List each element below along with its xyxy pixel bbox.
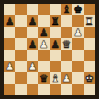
square-b8[interactable] xyxy=(15,4,26,15)
square-a8[interactable] xyxy=(4,4,15,15)
square-b4[interactable] xyxy=(15,50,26,61)
square-g6[interactable]: ♟ xyxy=(72,27,83,38)
square-h1[interactable] xyxy=(84,84,95,95)
square-c6[interactable] xyxy=(27,27,38,38)
piece-white-rook-h7[interactable]: ♜ xyxy=(85,15,94,25)
square-h4[interactable] xyxy=(84,50,95,61)
square-h2[interactable]: ♚ xyxy=(84,72,95,83)
square-b7[interactable] xyxy=(15,15,26,26)
piece-white-pawn-f2[interactable]: ♟ xyxy=(62,72,71,82)
square-a3[interactable]: ♟ xyxy=(4,61,15,72)
square-g1[interactable] xyxy=(72,84,83,95)
square-b5[interactable] xyxy=(15,38,26,49)
square-c5[interactable]: ♟ xyxy=(27,38,38,49)
square-e1[interactable] xyxy=(50,84,61,95)
square-e2[interactable]: ♝ xyxy=(50,72,61,83)
piece-black-queen-d2[interactable]: ♛ xyxy=(39,72,48,82)
square-g2[interactable] xyxy=(72,72,83,83)
piece-white-king-h2[interactable]: ♚ xyxy=(85,72,94,82)
piece-black-rook-e7[interactable]: ♜ xyxy=(50,15,59,25)
square-d2[interactable]: ♛ xyxy=(38,72,49,83)
piece-white-bishop-e2[interactable]: ♝ xyxy=(50,72,59,82)
square-f6[interactable] xyxy=(61,27,72,38)
square-c4[interactable] xyxy=(27,50,38,61)
square-h6[interactable] xyxy=(84,27,95,38)
square-b3[interactable] xyxy=(15,61,26,72)
square-c8[interactable] xyxy=(27,4,38,15)
square-h8[interactable] xyxy=(84,4,95,15)
square-c7[interactable]: ♟ xyxy=(27,15,38,26)
square-h3[interactable] xyxy=(84,61,95,72)
chess-board-frame: ♝♚♟♟♜♜♟♟♟♟♟♛♟♟♛♝♟♚ xyxy=(0,0,99,99)
piece-black-king-g8[interactable]: ♚ xyxy=(73,4,82,14)
square-a4[interactable] xyxy=(4,50,15,61)
piece-black-bishop-f8[interactable]: ♝ xyxy=(62,4,71,14)
piece-white-pawn-g6[interactable]: ♟ xyxy=(73,27,82,37)
chess-board: ♝♚♟♟♜♜♟♟♟♟♟♛♟♟♛♝♟♚ xyxy=(4,4,95,95)
square-e6[interactable] xyxy=(50,27,61,38)
square-d4[interactable] xyxy=(38,50,49,61)
square-d8[interactable] xyxy=(38,4,49,15)
square-h7[interactable]: ♜ xyxy=(84,15,95,26)
square-a6[interactable] xyxy=(4,27,15,38)
piece-white-pawn-a3[interactable]: ♟ xyxy=(5,61,14,71)
square-f1[interactable] xyxy=(61,84,72,95)
square-e7[interactable]: ♜ xyxy=(50,15,61,26)
square-a5[interactable] xyxy=(4,38,15,49)
square-a7[interactable]: ♟ xyxy=(4,15,15,26)
square-f7[interactable] xyxy=(61,15,72,26)
square-d1[interactable] xyxy=(38,84,49,95)
square-g3[interactable] xyxy=(72,61,83,72)
square-b1[interactable] xyxy=(15,84,26,95)
piece-white-queen-f5[interactable]: ♛ xyxy=(62,38,71,48)
square-d7[interactable] xyxy=(38,15,49,26)
piece-black-pawn-e5[interactable]: ♟ xyxy=(50,38,59,48)
square-g7[interactable] xyxy=(72,15,83,26)
square-f8[interactable]: ♝ xyxy=(61,4,72,15)
square-g5[interactable] xyxy=(72,38,83,49)
square-f5[interactable]: ♛ xyxy=(61,38,72,49)
square-f4[interactable] xyxy=(61,50,72,61)
square-e5[interactable]: ♟ xyxy=(50,38,61,49)
square-d5[interactable]: ♟ xyxy=(38,38,49,49)
square-d3[interactable] xyxy=(38,61,49,72)
square-e3[interactable] xyxy=(50,61,61,72)
square-d6[interactable]: ♟ xyxy=(38,27,49,38)
square-e8[interactable] xyxy=(50,4,61,15)
square-b2[interactable] xyxy=(15,72,26,83)
square-a1[interactable] xyxy=(4,84,15,95)
square-g8[interactable]: ♚ xyxy=(72,4,83,15)
square-f2[interactable]: ♟ xyxy=(61,72,72,83)
square-g4[interactable] xyxy=(72,50,83,61)
square-b6[interactable] xyxy=(15,27,26,38)
square-c3[interactable]: ♟ xyxy=(27,61,38,72)
square-a2[interactable] xyxy=(4,72,15,83)
square-e4[interactable] xyxy=(50,50,61,61)
square-f3[interactable] xyxy=(61,61,72,72)
square-h5[interactable] xyxy=(84,38,95,49)
square-c2[interactable] xyxy=(27,72,38,83)
piece-white-pawn-c3[interactable]: ♟ xyxy=(28,61,37,71)
piece-black-pawn-a7[interactable]: ♟ xyxy=(5,15,14,25)
piece-black-pawn-c7[interactable]: ♟ xyxy=(28,15,37,25)
piece-black-pawn-c5[interactable]: ♟ xyxy=(28,38,37,48)
piece-white-pawn-d5[interactable]: ♟ xyxy=(39,38,48,48)
piece-black-pawn-d6[interactable]: ♟ xyxy=(39,27,48,37)
square-c1[interactable] xyxy=(27,84,38,95)
